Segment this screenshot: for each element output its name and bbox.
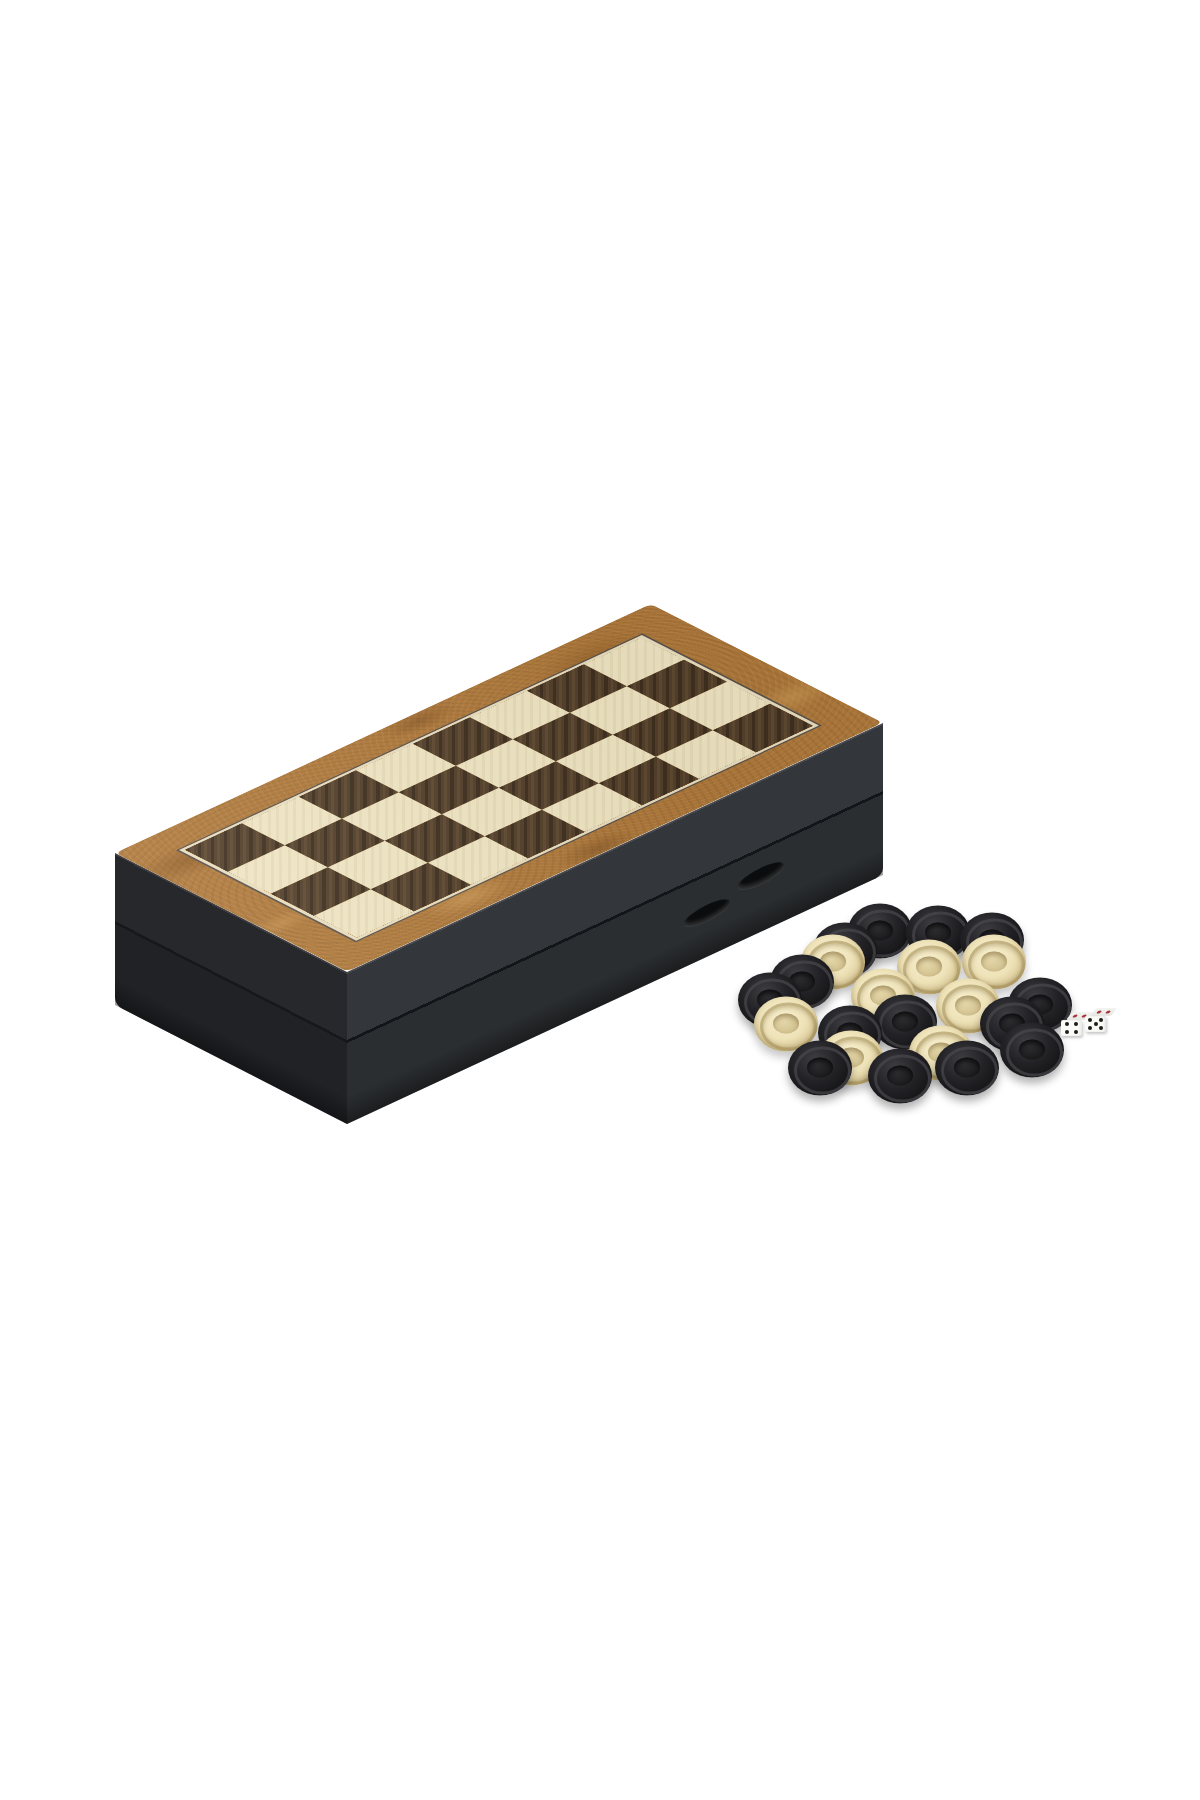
checker-dimple [773, 1013, 799, 1034]
checker-dimple [892, 1011, 918, 1032]
die-pip-black [1074, 1022, 1078, 1026]
checkers-pile [0, 0, 1200, 1800]
die-pip-black [1088, 1026, 1092, 1030]
checker-dimple [1019, 1039, 1045, 1060]
die-pip-black [1065, 1030, 1069, 1034]
die-pip-black [1094, 1022, 1098, 1026]
checker-black [1000, 1023, 1064, 1078]
die-pip-black [1088, 1018, 1092, 1022]
die-pip-red [1096, 1011, 1102, 1014]
die-pip-black [1074, 1030, 1078, 1034]
die [1085, 1008, 1106, 1032]
die-pip-black [1099, 1026, 1103, 1030]
die-front-face [1085, 1016, 1106, 1032]
die-pip-red [1072, 1015, 1078, 1018]
die [1061, 1012, 1082, 1036]
checker-black [935, 1041, 999, 1096]
checker-dimple [916, 956, 942, 977]
die-pip-black [1065, 1022, 1069, 1026]
die-pip-black [1099, 1018, 1103, 1022]
checker-dimple [807, 1057, 833, 1078]
checker-black [868, 1049, 932, 1104]
checker-black [788, 1041, 852, 1096]
checker-dimple [887, 1065, 913, 1086]
checker-dimple [954, 1057, 980, 1078]
checker-dimple [981, 951, 1007, 972]
die-pip-red [1105, 1011, 1111, 1014]
product-photo-scene [0, 0, 1200, 1800]
die-front-face [1061, 1020, 1082, 1036]
checker-dimple [955, 995, 981, 1016]
